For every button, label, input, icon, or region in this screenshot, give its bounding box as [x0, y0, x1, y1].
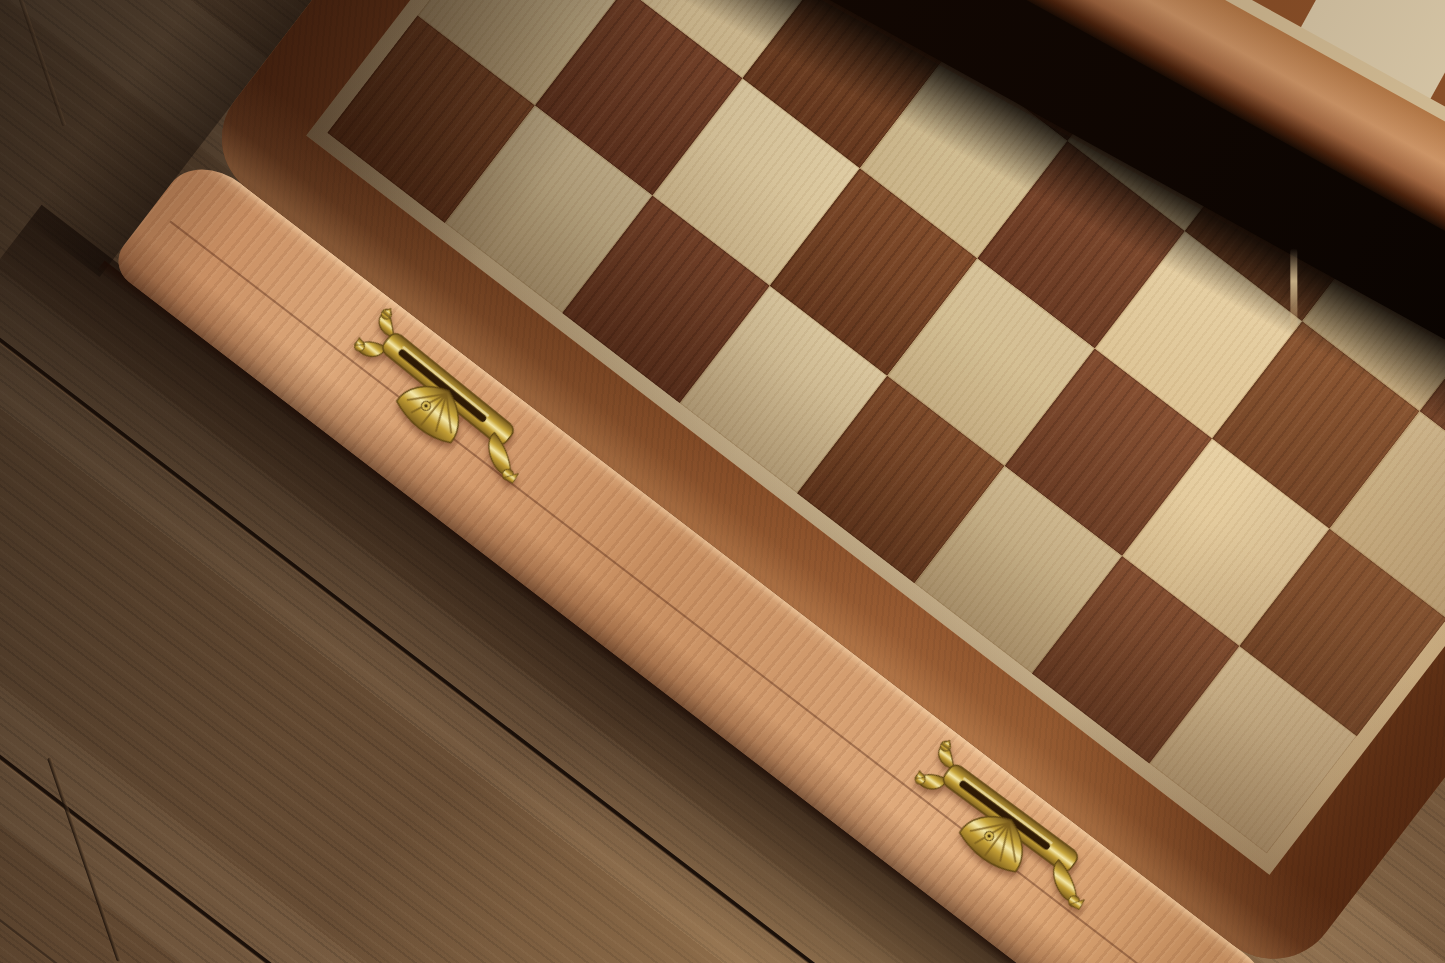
- photo-scene: [0, 0, 1445, 963]
- gap-edge-glint: [1290, 248, 1297, 330]
